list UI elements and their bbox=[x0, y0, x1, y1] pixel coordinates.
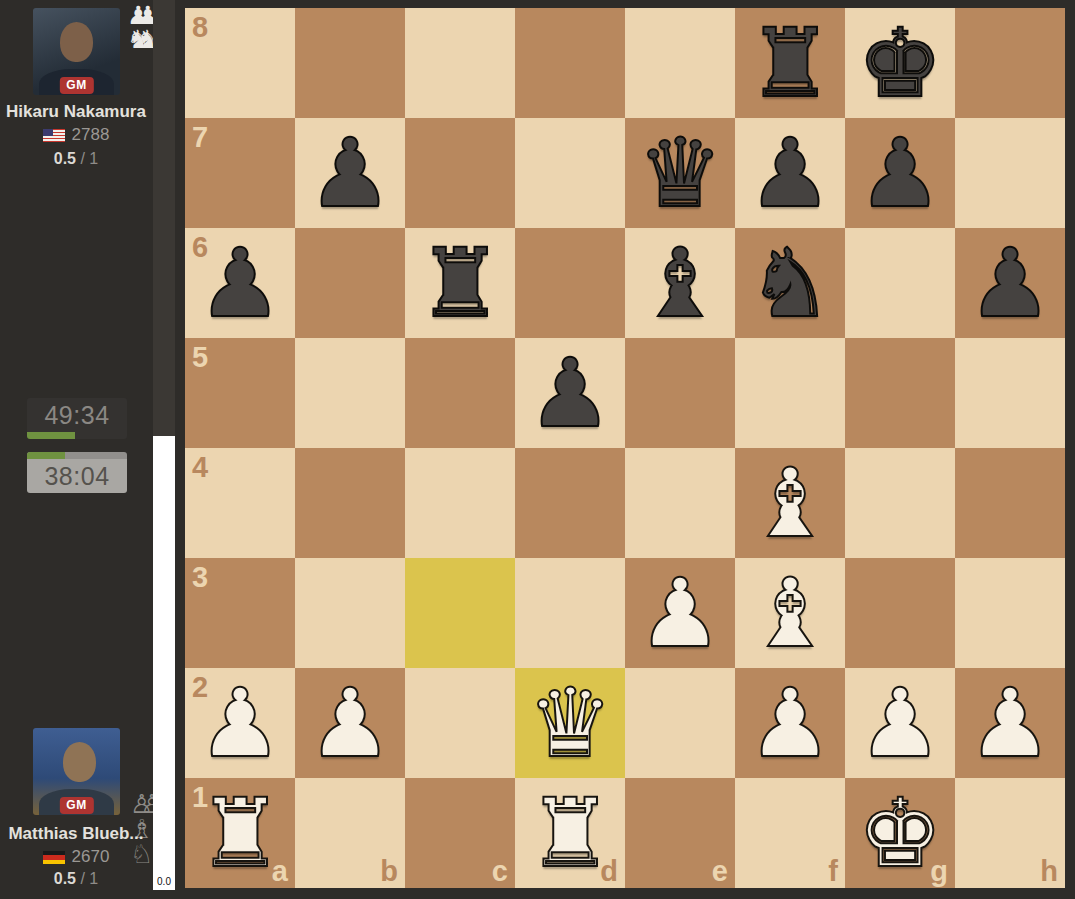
piece-white-pawn-g2[interactable]: ♟ bbox=[845, 668, 955, 778]
square-a4[interactable]: 4 bbox=[185, 448, 295, 558]
rank-label-1: 1 bbox=[192, 783, 208, 812]
piece-white-pawn-h2[interactable]: ♟ bbox=[955, 668, 1065, 778]
piece-black-pawn-f7[interactable]: ♟ bbox=[735, 118, 845, 228]
file-label-g: g bbox=[930, 857, 948, 886]
square-e8[interactable] bbox=[625, 8, 735, 118]
square-h4[interactable] bbox=[955, 448, 1065, 558]
square-a7[interactable]: 7 bbox=[185, 118, 295, 228]
rank-label-7: 7 bbox=[192, 123, 208, 152]
evaluation-bar: 0.0 bbox=[153, 0, 175, 890]
board: 8♜♚7♟♛♟♟6♟♜♝♞♟5♟4♝3♟♝2♟♟♛♟♟♟1a♜bcd♜efg♚h bbox=[185, 8, 1065, 888]
square-f2[interactable]: ♟ bbox=[735, 668, 845, 778]
square-b7[interactable]: ♟ bbox=[295, 118, 405, 228]
top-player-score-divider: / bbox=[80, 150, 84, 167]
top-player-score-value: 0.5 bbox=[54, 150, 76, 167]
square-h7[interactable] bbox=[955, 118, 1065, 228]
square-c1[interactable]: c bbox=[405, 778, 515, 888]
square-b4[interactable] bbox=[295, 448, 405, 558]
piece-black-pawn-d5[interactable]: ♟ bbox=[515, 338, 625, 448]
square-e1[interactable]: e bbox=[625, 778, 735, 888]
bottom-player-name: Matthias Blueb... bbox=[0, 824, 152, 844]
square-b3[interactable] bbox=[295, 558, 405, 668]
square-e2[interactable] bbox=[625, 668, 735, 778]
square-c2[interactable] bbox=[405, 668, 515, 778]
square-f3[interactable]: ♝ bbox=[735, 558, 845, 668]
square-h5[interactable] bbox=[955, 338, 1065, 448]
square-c3[interactable] bbox=[405, 558, 515, 668]
bottom-player-clock: 38:04 bbox=[27, 452, 127, 493]
bottom-player-avatar: GM bbox=[33, 728, 120, 815]
square-h6[interactable]: ♟ bbox=[955, 228, 1065, 338]
piece-white-pawn-f2[interactable]: ♟ bbox=[735, 668, 845, 778]
piece-black-pawn-h6[interactable]: ♟ bbox=[955, 228, 1065, 338]
top-player-avatar: GM bbox=[33, 8, 120, 95]
top-player-time-progress bbox=[27, 432, 127, 439]
piece-black-bishop-e6[interactable]: ♝ bbox=[625, 228, 735, 338]
usa-flag-icon bbox=[43, 129, 65, 142]
piece-white-pawn-e3[interactable]: ♟ bbox=[625, 558, 735, 668]
square-g6[interactable] bbox=[845, 228, 955, 338]
square-a1[interactable]: 1a♜ bbox=[185, 778, 295, 888]
bottom-player-time-progress-fill bbox=[27, 452, 65, 459]
bottom-player-time-progress bbox=[27, 452, 127, 459]
square-b6[interactable] bbox=[295, 228, 405, 338]
evaluation-value: 0.0 bbox=[153, 876, 175, 887]
top-player-rating-row: 2788 bbox=[0, 125, 152, 145]
piece-black-rook-f8[interactable]: ♜ bbox=[735, 8, 845, 118]
square-e3[interactable]: ♟ bbox=[625, 558, 735, 668]
square-h1[interactable]: h bbox=[955, 778, 1065, 888]
rank-label-8: 8 bbox=[192, 13, 208, 42]
square-b5[interactable] bbox=[295, 338, 405, 448]
square-g1[interactable]: g♚ bbox=[845, 778, 955, 888]
square-c4[interactable] bbox=[405, 448, 515, 558]
square-f5[interactable] bbox=[735, 338, 845, 448]
square-d2[interactable]: ♛ bbox=[515, 668, 625, 778]
piece-black-knight-f6[interactable]: ♞ bbox=[735, 228, 845, 338]
piece-black-rook-c6[interactable]: ♜ bbox=[405, 228, 515, 338]
square-b1[interactable]: b bbox=[295, 778, 405, 888]
square-f4[interactable]: ♝ bbox=[735, 448, 845, 558]
square-a2[interactable]: 2♟ bbox=[185, 668, 295, 778]
square-g4[interactable] bbox=[845, 448, 955, 558]
top-player-score-total: 1 bbox=[89, 150, 98, 167]
file-label-e: e bbox=[712, 857, 728, 886]
square-f6[interactable]: ♞ bbox=[735, 228, 845, 338]
square-h2[interactable]: ♟ bbox=[955, 668, 1065, 778]
bottom-player-rating: 2670 bbox=[72, 847, 110, 867]
file-label-d: d bbox=[600, 857, 618, 886]
square-g8[interactable]: ♚ bbox=[845, 8, 955, 118]
square-b2[interactable]: ♟ bbox=[295, 668, 405, 778]
evaluation-bar-black-section bbox=[153, 0, 175, 436]
square-d5[interactable]: ♟ bbox=[515, 338, 625, 448]
square-e7[interactable]: ♛ bbox=[625, 118, 735, 228]
square-h3[interactable] bbox=[955, 558, 1065, 668]
avatar-head-silhouette bbox=[63, 742, 96, 782]
bottom-player-clock-time: 38:04 bbox=[27, 459, 127, 493]
bottom-player-gm-badge: GM bbox=[59, 797, 93, 814]
bottom-player-score-divider: / bbox=[80, 870, 84, 887]
square-f1[interactable]: f bbox=[735, 778, 845, 888]
square-b8[interactable] bbox=[295, 8, 405, 118]
piece-white-pawn-b2[interactable]: ♟ bbox=[295, 668, 405, 778]
square-d1[interactable]: d♜ bbox=[515, 778, 625, 888]
square-c5[interactable] bbox=[405, 338, 515, 448]
square-a8[interactable]: 8 bbox=[185, 8, 295, 118]
square-a3[interactable]: 3 bbox=[185, 558, 295, 668]
file-label-f: f bbox=[828, 857, 838, 886]
square-d4[interactable] bbox=[515, 448, 625, 558]
top-player-name: Hikaru Nakamura bbox=[0, 102, 152, 122]
piece-black-king-g8[interactable]: ♚ bbox=[845, 8, 955, 118]
rank-label-3: 3 bbox=[192, 563, 208, 592]
rank-label-6: 6 bbox=[192, 233, 208, 262]
square-f7[interactable]: ♟ bbox=[735, 118, 845, 228]
piece-black-queen-e7[interactable]: ♛ bbox=[625, 118, 735, 228]
square-d3[interactable] bbox=[515, 558, 625, 668]
rank-label-5: 5 bbox=[192, 343, 208, 372]
square-c6[interactable]: ♜ bbox=[405, 228, 515, 338]
file-label-c: c bbox=[492, 857, 508, 886]
sidebar: GM ♟♟♞♞ Hikaru Nakamura 2788 0.5 / 1 49:… bbox=[0, 0, 152, 899]
top-player-time-progress-fill bbox=[27, 432, 75, 439]
file-label-b: b bbox=[380, 857, 398, 886]
piece-white-bishop-f3[interactable]: ♝ bbox=[735, 558, 845, 668]
square-d6[interactable] bbox=[515, 228, 625, 338]
bottom-player-score: 0.5 / 1 bbox=[0, 870, 152, 888]
square-g3[interactable] bbox=[845, 558, 955, 668]
square-g5[interactable] bbox=[845, 338, 955, 448]
square-e6[interactable]: ♝ bbox=[625, 228, 735, 338]
bottom-player-score-total: 1 bbox=[89, 870, 98, 887]
file-label-h: h bbox=[1040, 857, 1058, 886]
square-c8[interactable] bbox=[405, 8, 515, 118]
top-player-rating: 2788 bbox=[72, 125, 110, 145]
square-a6[interactable]: 6♟ bbox=[185, 228, 295, 338]
rank-label-4: 4 bbox=[192, 453, 208, 482]
square-a5[interactable]: 5 bbox=[185, 338, 295, 448]
rank-label-2: 2 bbox=[192, 673, 208, 702]
top-player-score: 0.5 / 1 bbox=[0, 150, 152, 168]
bottom-player-rating-row: 2670 bbox=[0, 847, 152, 867]
file-label-a: a bbox=[272, 857, 288, 886]
square-f8[interactable]: ♜ bbox=[735, 8, 845, 118]
square-c7[interactable] bbox=[405, 118, 515, 228]
top-player-clock-time: 49:34 bbox=[27, 398, 127, 432]
square-g2[interactable]: ♟ bbox=[845, 668, 955, 778]
app-window: GM ♟♟♞♞ Hikaru Nakamura 2788 0.5 / 1 49:… bbox=[0, 0, 1075, 899]
piece-black-pawn-g7[interactable]: ♟ bbox=[845, 118, 955, 228]
germany-flag-icon bbox=[43, 851, 65, 864]
piece-white-bishop-f4[interactable]: ♝ bbox=[735, 448, 845, 558]
square-d7[interactable] bbox=[515, 118, 625, 228]
piece-white-queen-d2[interactable]: ♛ bbox=[515, 668, 625, 778]
top-player-gm-badge: GM bbox=[59, 77, 93, 94]
square-h8[interactable] bbox=[955, 8, 1065, 118]
square-e4[interactable] bbox=[625, 448, 735, 558]
bottom-player-score-value: 0.5 bbox=[54, 870, 76, 887]
square-d8[interactable] bbox=[515, 8, 625, 118]
square-e5[interactable] bbox=[625, 338, 735, 448]
square-g7[interactable]: ♟ bbox=[845, 118, 955, 228]
avatar-head-silhouette bbox=[60, 22, 93, 62]
piece-black-pawn-b7[interactable]: ♟ bbox=[295, 118, 405, 228]
top-player-clock: 49:34 bbox=[27, 398, 127, 439]
